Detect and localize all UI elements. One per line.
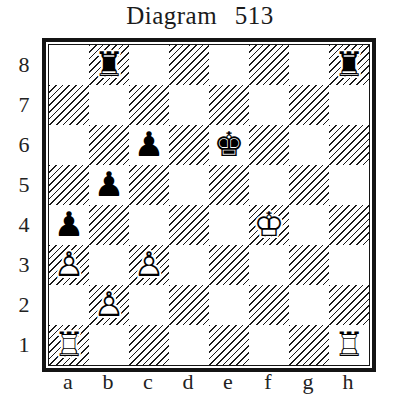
square-b1[interactable] <box>89 325 129 365</box>
square-d3[interactable] <box>169 245 209 285</box>
rank-label-3: 3 <box>12 245 36 285</box>
piece-white-rook-a1[interactable]: ♜♖ <box>49 325 89 365</box>
chess-board: ♜♜♜♜♟♟♚♚♟♟♟♟♚♔♟♙♟♙♟♙♜♖♜♖ <box>42 38 376 372</box>
square-h3[interactable] <box>329 245 369 285</box>
piece-glyph: ♜ <box>89 44 129 84</box>
square-h5[interactable] <box>329 165 369 205</box>
file-labels: abcdefgh <box>48 369 368 397</box>
square-b7[interactable] <box>89 85 129 125</box>
square-g2[interactable] <box>289 285 329 325</box>
file-label-g: g <box>288 369 328 397</box>
square-f3[interactable] <box>249 245 289 285</box>
piece-white-pawn-a3[interactable]: ♟♙ <box>49 245 89 285</box>
square-b4[interactable] <box>89 205 129 245</box>
piece-black-pawn-c6[interactable]: ♟♟ <box>129 125 169 165</box>
piece-black-pawn-b5[interactable]: ♟♟ <box>89 165 129 205</box>
square-h2[interactable] <box>329 285 369 325</box>
square-e2[interactable] <box>209 285 249 325</box>
square-f7[interactable] <box>249 85 289 125</box>
square-c8[interactable] <box>129 45 169 85</box>
square-h8[interactable]: ♜♜ <box>329 45 369 85</box>
rank-label-6: 6 <box>12 125 36 165</box>
square-e6[interactable]: ♚♚ <box>209 125 249 165</box>
piece-white-pawn-c3[interactable]: ♟♙ <box>129 245 169 285</box>
diagram-title: Diagram 513 <box>0 2 400 30</box>
square-a4[interactable]: ♟♟ <box>49 205 89 245</box>
square-d8[interactable] <box>169 45 209 85</box>
piece-glyph: ♖ <box>329 324 369 364</box>
square-h4[interactable] <box>329 205 369 245</box>
piece-glyph: ♖ <box>49 324 89 364</box>
square-a2[interactable] <box>49 285 89 325</box>
square-b2[interactable]: ♟♙ <box>89 285 129 325</box>
rank-labels: 87654321 <box>12 45 36 365</box>
piece-black-rook-b8[interactable]: ♜♜ <box>89 45 129 85</box>
square-g1[interactable] <box>289 325 329 365</box>
file-label-a: a <box>48 369 88 397</box>
rank-label-1: 1 <box>12 325 36 365</box>
piece-glyph: ♙ <box>89 284 129 324</box>
piece-glyph: ♚ <box>209 124 249 164</box>
square-g6[interactable] <box>289 125 329 165</box>
piece-black-rook-h8[interactable]: ♜♜ <box>329 45 369 85</box>
square-a1[interactable]: ♜♖ <box>49 325 89 365</box>
rank-label-5: 5 <box>12 165 36 205</box>
square-b3[interactable] <box>89 245 129 285</box>
page: Diagram 513 87654321 ♜♜♜♜♟♟♚♚♟♟♟♟♚♔♟♙♟♙♟… <box>0 0 400 400</box>
piece-black-king-e6[interactable]: ♚♚ <box>209 125 249 165</box>
rank-label-2: 2 <box>12 285 36 325</box>
square-b6[interactable] <box>89 125 129 165</box>
square-g7[interactable] <box>289 85 329 125</box>
square-c3[interactable]: ♟♙ <box>129 245 169 285</box>
square-e7[interactable] <box>209 85 249 125</box>
square-h1[interactable]: ♜♖ <box>329 325 369 365</box>
piece-white-king-f4[interactable]: ♚♔ <box>249 205 289 245</box>
square-f4[interactable]: ♚♔ <box>249 205 289 245</box>
square-c5[interactable] <box>129 165 169 205</box>
square-c2[interactable] <box>129 285 169 325</box>
board-grid: ♜♜♜♜♟♟♚♚♟♟♟♟♚♔♟♙♟♙♟♙♜♖♜♖ <box>48 44 370 366</box>
square-g8[interactable] <box>289 45 329 85</box>
square-e3[interactable] <box>209 245 249 285</box>
rank-label-8: 8 <box>12 45 36 85</box>
file-label-c: c <box>128 369 168 397</box>
square-b5[interactable]: ♟♟ <box>89 165 129 205</box>
square-d6[interactable] <box>169 125 209 165</box>
piece-white-pawn-b2[interactable]: ♟♙ <box>89 285 129 325</box>
square-a3[interactable]: ♟♙ <box>49 245 89 285</box>
square-c7[interactable] <box>129 85 169 125</box>
file-label-d: d <box>168 369 208 397</box>
square-e1[interactable] <box>209 325 249 365</box>
square-e8[interactable] <box>209 45 249 85</box>
rank-label-7: 7 <box>12 85 36 125</box>
square-d5[interactable] <box>169 165 209 205</box>
piece-glyph: ♟ <box>49 204 89 244</box>
piece-glyph: ♟ <box>129 124 169 164</box>
square-h7[interactable] <box>329 85 369 125</box>
piece-white-rook-h1[interactable]: ♜♖ <box>329 325 369 365</box>
square-f8[interactable] <box>249 45 289 85</box>
square-d2[interactable] <box>169 285 209 325</box>
square-a8[interactable] <box>49 45 89 85</box>
square-g5[interactable] <box>289 165 329 205</box>
square-a6[interactable] <box>49 125 89 165</box>
square-f1[interactable] <box>249 325 289 365</box>
square-d1[interactable] <box>169 325 209 365</box>
square-h6[interactable] <box>329 125 369 165</box>
file-label-f: f <box>248 369 288 397</box>
rank-label-4: 4 <box>12 205 36 245</box>
piece-glyph: ♙ <box>129 244 169 284</box>
square-e5[interactable] <box>209 165 249 205</box>
square-c6[interactable]: ♟♟ <box>129 125 169 165</box>
square-c4[interactable] <box>129 205 169 245</box>
file-label-e: e <box>208 369 248 397</box>
piece-glyph: ♟ <box>89 164 129 204</box>
square-g3[interactable] <box>289 245 329 285</box>
piece-glyph: ♙ <box>49 244 89 284</box>
square-a7[interactable] <box>49 85 89 125</box>
piece-glyph: ♜ <box>329 44 369 84</box>
square-c1[interactable] <box>129 325 169 365</box>
file-label-b: b <box>88 369 128 397</box>
piece-black-pawn-a4[interactable]: ♟♟ <box>49 205 89 245</box>
square-e4[interactable] <box>209 205 249 245</box>
square-g4[interactable] <box>289 205 329 245</box>
square-d7[interactable] <box>169 85 209 125</box>
square-d4[interactable] <box>169 205 209 245</box>
square-a5[interactable] <box>49 165 89 205</box>
piece-glyph: ♔ <box>249 204 289 244</box>
square-f5[interactable] <box>249 165 289 205</box>
square-f2[interactable] <box>249 285 289 325</box>
square-b8[interactable]: ♜♜ <box>89 45 129 85</box>
square-f6[interactable] <box>249 125 289 165</box>
file-label-h: h <box>328 369 368 397</box>
